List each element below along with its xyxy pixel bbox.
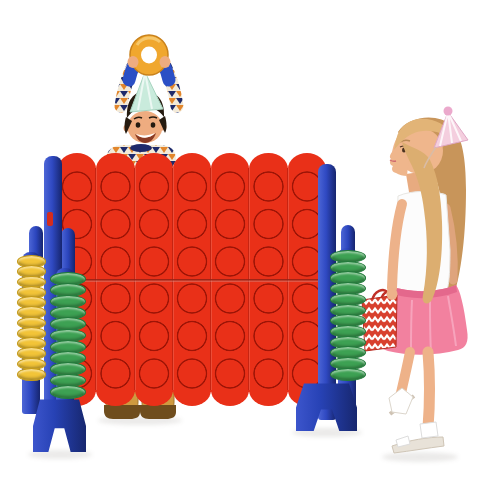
cell-r4c6 <box>249 280 287 317</box>
cell-r5c5 <box>211 317 249 354</box>
board-mid-seam <box>58 279 326 282</box>
boy-collar <box>130 144 152 152</box>
scallop-bump <box>211 390 249 406</box>
shadow-boy-boots <box>98 416 182 425</box>
held-ring <box>130 35 168 75</box>
product-photo-scene <box>0 0 500 500</box>
cell-r6c3 <box>135 355 173 392</box>
girl-hair-back <box>398 117 466 307</box>
scallop-bump <box>249 153 287 169</box>
cell-r5c6 <box>249 317 287 354</box>
cell-r4c3 <box>135 280 173 317</box>
girl-head <box>390 128 443 176</box>
cell-r1c6 <box>249 168 287 205</box>
scallop-bump <box>58 153 96 169</box>
cell-r1c1 <box>58 168 96 205</box>
girl-hand <box>387 288 398 300</box>
cell-r3c6 <box>249 243 287 280</box>
cell-r3c2 <box>96 243 134 280</box>
sweater-cuff-right <box>163 63 169 80</box>
cell-r2c6 <box>249 205 287 242</box>
cell-r1c5 <box>211 168 249 205</box>
front-left-rail-ring <box>50 385 86 399</box>
cell-r6c6 <box>249 355 287 392</box>
cell-r2c5 <box>211 205 249 242</box>
boy-head <box>124 91 167 143</box>
cell-r1c4 <box>173 168 211 205</box>
release-latch-left <box>47 212 53 226</box>
girl-sandal-standing <box>392 422 444 453</box>
hat-pom-pom <box>444 107 453 116</box>
boy-hand-left <box>128 56 139 68</box>
sweater-cuff-left <box>129 63 135 80</box>
boy-hand-right <box>160 56 171 68</box>
scallop-bump <box>173 390 211 406</box>
cell-r3c4 <box>173 243 211 280</box>
scallop-bump <box>96 153 134 169</box>
girl-tank-top <box>396 191 450 294</box>
boy-party-hat <box>130 72 163 112</box>
girl-arm-front <box>392 204 402 288</box>
cell-r5c2 <box>96 317 134 354</box>
scallop-bump <box>135 390 173 406</box>
hat-strap <box>424 147 436 168</box>
boy-arms <box>121 63 177 106</box>
board-top-scallop <box>58 153 326 169</box>
cell-r1c3 <box>135 168 173 205</box>
boy-mouth <box>135 133 156 143</box>
girl-leg-standing <box>428 352 430 428</box>
cell-r4c2 <box>96 280 134 317</box>
left-foot-base <box>33 398 86 452</box>
scallop-bump <box>96 390 134 406</box>
girl-bangs <box>394 119 454 150</box>
scallop-bump <box>173 153 211 169</box>
rear-left-rail-ring <box>17 368 46 381</box>
right-foot-base <box>296 382 357 431</box>
cell-r2c3 <box>135 205 173 242</box>
boy-hair <box>127 91 164 118</box>
scallop-bump <box>211 153 249 169</box>
girl-party-hat <box>424 107 468 169</box>
front-right-rail-ring <box>330 368 366 381</box>
girl-skirt <box>378 285 467 355</box>
cell-r6c5 <box>211 355 249 392</box>
gift-bag <box>362 290 397 351</box>
cell-r2c4 <box>173 205 211 242</box>
cell-r1c2 <box>96 168 134 205</box>
girl-neck <box>406 172 424 198</box>
scallop-bump <box>249 390 287 406</box>
girl-hair-front <box>402 142 442 303</box>
cell-r5c3 <box>135 317 173 354</box>
cell-r2c2 <box>96 205 134 242</box>
cell-r6c2 <box>96 355 134 392</box>
shadow-girl <box>382 452 458 462</box>
girl-arm-far <box>446 208 453 280</box>
girl-sandal-crossed <box>389 388 414 414</box>
skirt-tulle-lines <box>390 296 456 352</box>
cell-r4c4 <box>173 280 211 317</box>
cell-r5c4 <box>173 317 211 354</box>
girl-skirt-waist <box>389 285 457 298</box>
cell-r6c4 <box>173 355 211 392</box>
cell-r4c5 <box>211 280 249 317</box>
cell-r3c3 <box>135 243 173 280</box>
cell-r3c5 <box>211 243 249 280</box>
board-bottom-scallop <box>58 390 326 406</box>
scallop-bump <box>135 153 173 169</box>
girl-leg-crossed <box>399 352 410 402</box>
